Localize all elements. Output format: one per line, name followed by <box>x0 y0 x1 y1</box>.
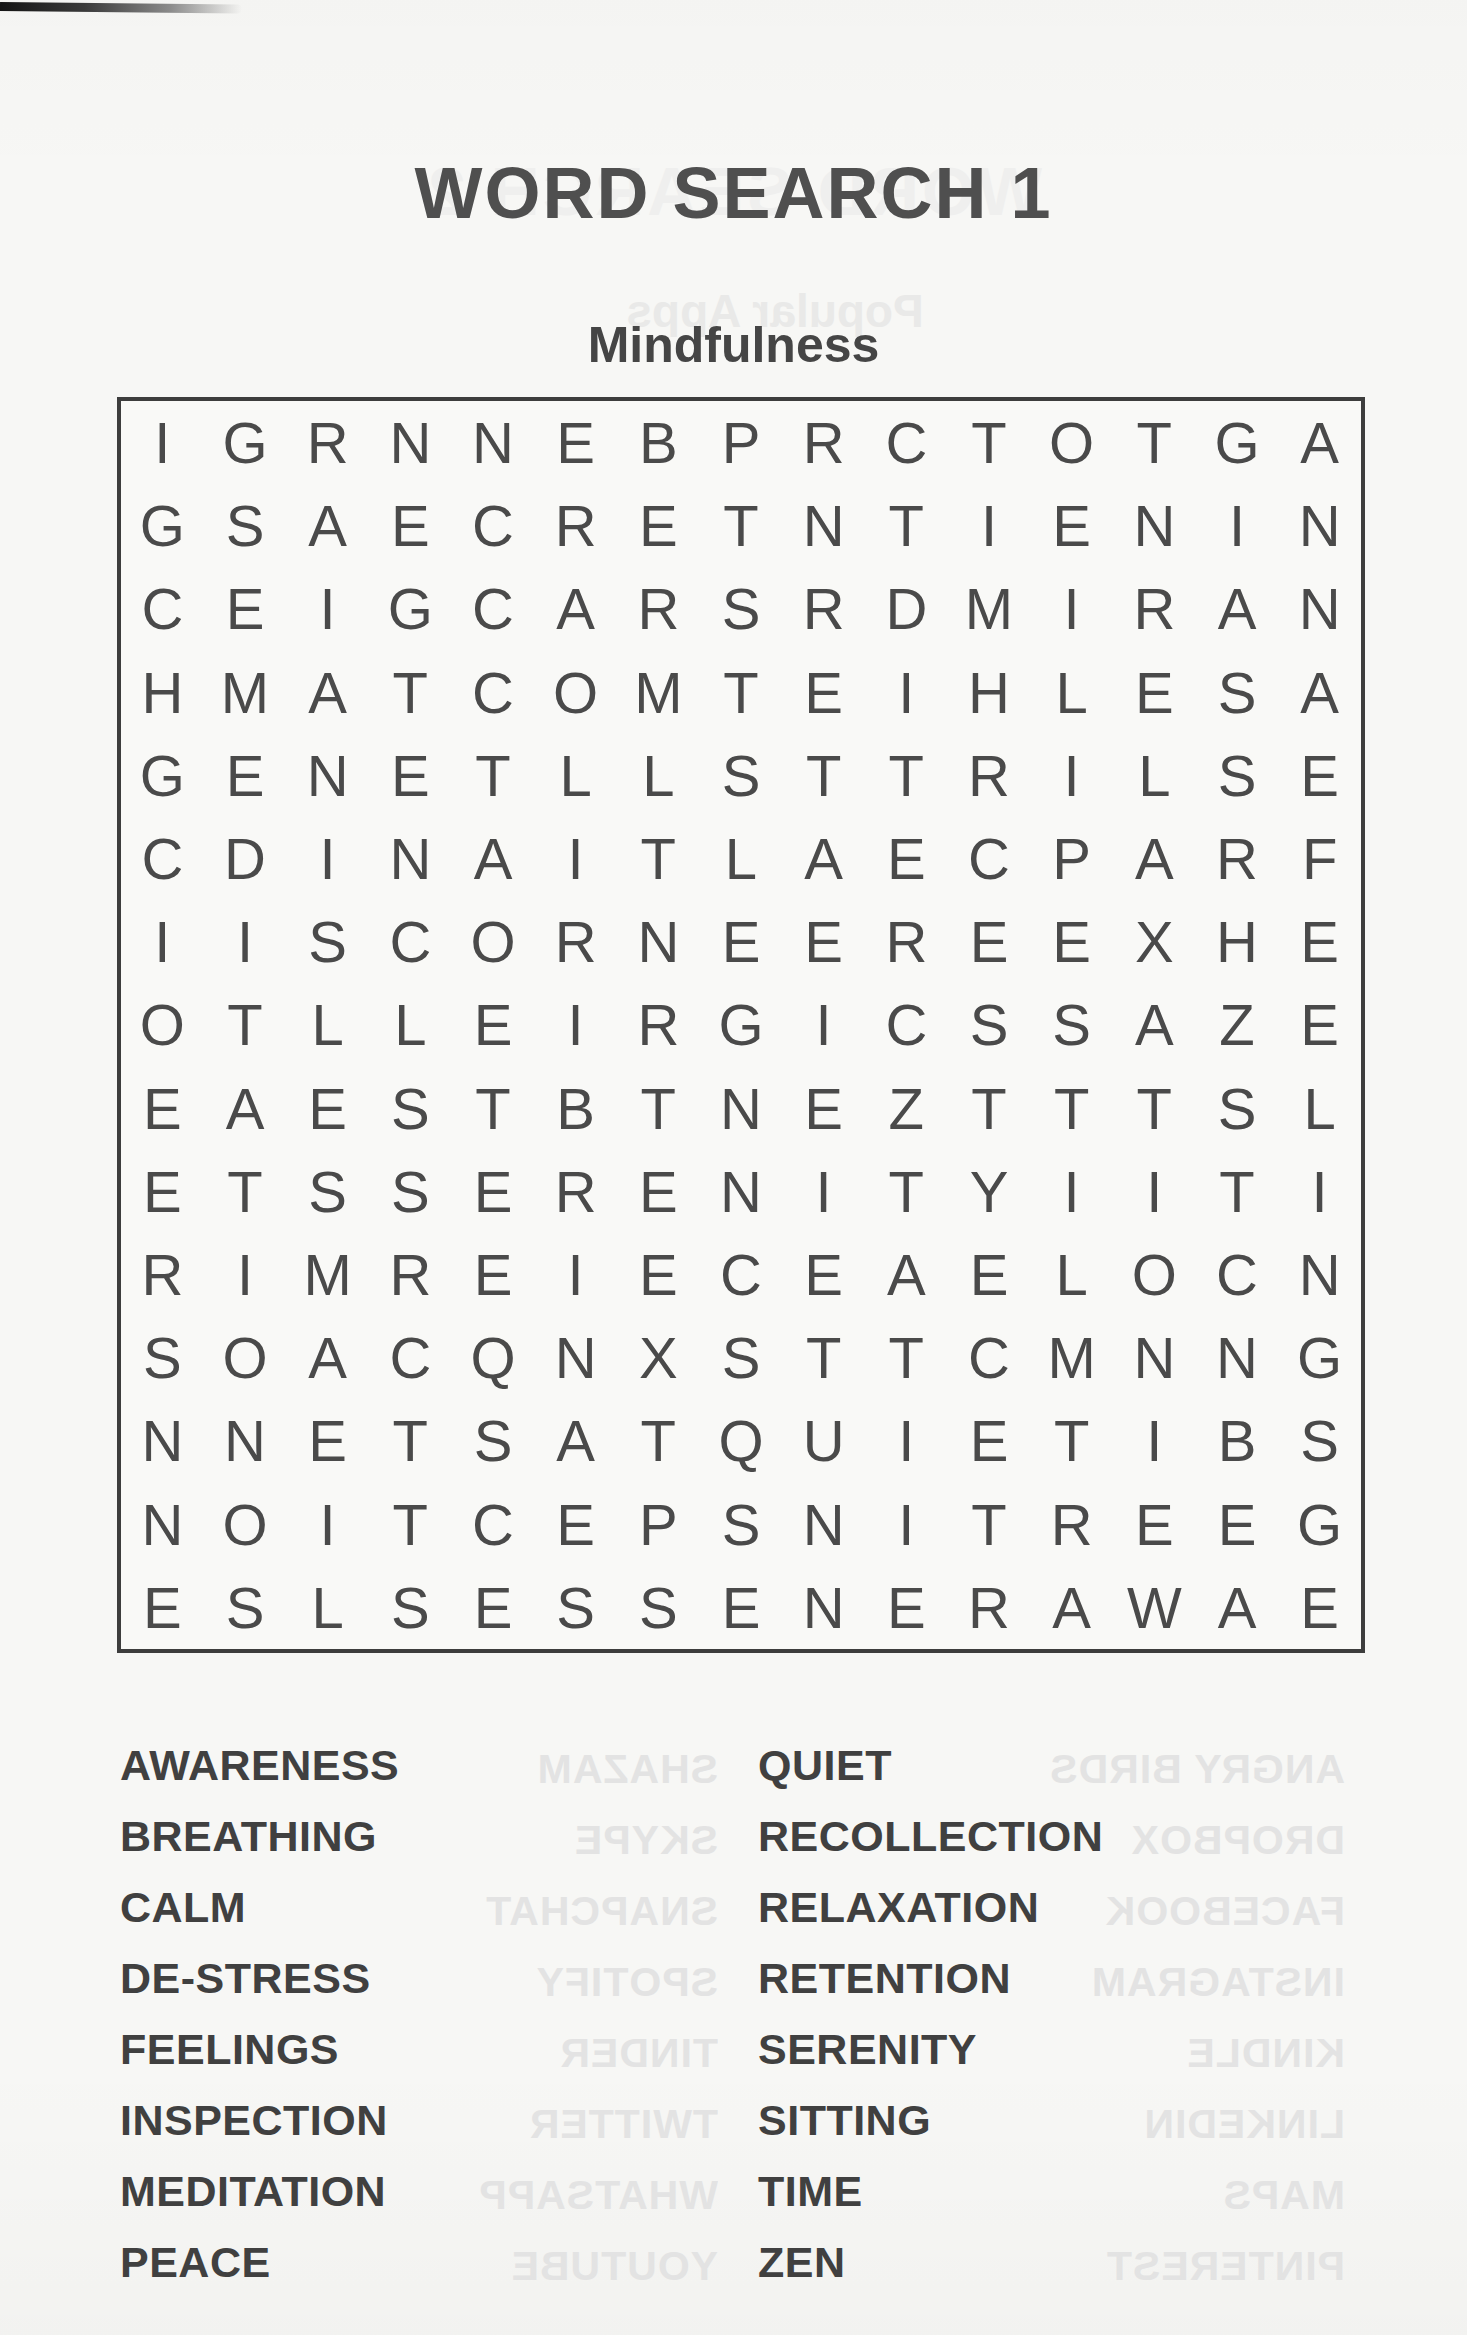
grid-cell-r13c9: U <box>782 1399 865 1482</box>
grid-cell-r8c14: Z <box>1196 983 1279 1066</box>
grid-cell-r11c14: C <box>1196 1233 1279 1316</box>
grid-cell-r4c10: I <box>865 651 948 734</box>
grid-cell-r15c10: E <box>865 1566 948 1649</box>
grid-cell-r9c12: T <box>1030 1067 1113 1150</box>
grid-cell-r10c6: R <box>534 1150 617 1233</box>
grid-cell-r7c13: X <box>1113 900 1196 983</box>
grid-cell-r12c15: G <box>1278 1316 1361 1399</box>
page-title: WORD SEARCH 1 <box>0 152 1467 234</box>
grid-cell-r4c5: C <box>452 651 535 734</box>
grid-cell-r15c11: R <box>948 1566 1031 1649</box>
grid-cell-r14c15: G <box>1278 1483 1361 1566</box>
grid-cell-r4c9: E <box>782 651 865 734</box>
grid-cell-r1c9: R <box>782 401 865 484</box>
grid-cell-r15c8: E <box>700 1566 783 1649</box>
word-item: PEACE <box>120 2227 399 2298</box>
grid-cell-r15c14: A <box>1196 1566 1279 1649</box>
grid-cell-r15c15: E <box>1278 1566 1361 1649</box>
grid-cell-r4c12: L <box>1030 651 1113 734</box>
grid-cell-r10c11: Y <box>948 1150 1031 1233</box>
grid-cell-r14c7: P <box>617 1483 700 1566</box>
grid-cell-r6c5: A <box>452 817 535 900</box>
word-item: AWARENESS <box>120 1730 399 1801</box>
word-item: MEDITATION <box>120 2156 399 2227</box>
grid-cell-r1c7: B <box>617 401 700 484</box>
grid-cell-r7c11: E <box>948 900 1031 983</box>
grid-cell-r4c15: A <box>1278 651 1361 734</box>
grid-cell-r6c8: L <box>700 817 783 900</box>
grid-cell-r11c13: O <box>1113 1233 1196 1316</box>
grid-cell-r5c14: S <box>1196 734 1279 817</box>
grid-cell-r15c12: A <box>1030 1566 1113 1649</box>
grid-cell-r10c2: T <box>204 1150 287 1233</box>
grid-cell-r4c13: E <box>1113 651 1196 734</box>
grid-cell-r9c8: N <box>700 1067 783 1150</box>
grid-cell-r9c11: T <box>948 1067 1031 1150</box>
page-content: WORD SEARCH 1 Mindfulness IGRNNEBPRCTOTG… <box>0 0 1467 2335</box>
grid-cell-r6c13: A <box>1113 817 1196 900</box>
grid-cell-r13c6: A <box>534 1399 617 1482</box>
grid-cell-r12c3: A <box>286 1316 369 1399</box>
grid-cell-r10c8: N <box>700 1150 783 1233</box>
grid-cell-r11c8: C <box>700 1233 783 1316</box>
word-item: SERENITY <box>758 2014 1103 2085</box>
grid-cell-r6c2: D <box>204 817 287 900</box>
grid-cell-r7c3: S <box>286 900 369 983</box>
grid-cell-r9c2: A <box>204 1067 287 1150</box>
grid-cell-r2c5: C <box>452 484 535 567</box>
word-item: FEELINGS <box>120 2014 399 2085</box>
grid-cell-r14c10: I <box>865 1483 948 1566</box>
grid-cell-r12c4: C <box>369 1316 452 1399</box>
grid-cell-r1c8: P <box>700 401 783 484</box>
grid-cell-r8c1: O <box>121 983 204 1066</box>
grid-cell-r9c9: E <box>782 1067 865 1150</box>
grid-cell-r4c4: T <box>369 651 452 734</box>
grid-cell-r8c11: S <box>948 983 1031 1066</box>
grid-cell-r8c5: E <box>452 983 535 1066</box>
grid-cell-r6c1: C <box>121 817 204 900</box>
grid-cell-r1c14: G <box>1196 401 1279 484</box>
grid-cell-r10c3: S <box>286 1150 369 1233</box>
grid-cell-r12c14: N <box>1196 1316 1279 1399</box>
grid-cell-r3c6: A <box>534 567 617 650</box>
grid-cell-r15c1: E <box>121 1566 204 1649</box>
grid-cell-r3c11: M <box>948 567 1031 650</box>
grid-cell-r12c11: C <box>948 1316 1031 1399</box>
grid-cell-r2c3: A <box>286 484 369 567</box>
grid-cell-r11c9: E <box>782 1233 865 1316</box>
grid-cell-r11c7: E <box>617 1233 700 1316</box>
grid-cell-r13c14: B <box>1196 1399 1279 1482</box>
grid-cell-r5c1: G <box>121 734 204 817</box>
grid-cell-r15c3: L <box>286 1566 369 1649</box>
grid-cell-r13c3: E <box>286 1399 369 1482</box>
grid-cell-r4c3: A <box>286 651 369 734</box>
grid-cell-r12c10: T <box>865 1316 948 1399</box>
grid-cell-r14c1: N <box>121 1483 204 1566</box>
grid-cell-r15c7: S <box>617 1566 700 1649</box>
grid-cell-r5c4: E <box>369 734 452 817</box>
grid-cell-r14c8: S <box>700 1483 783 1566</box>
grid-cell-r11c6: I <box>534 1233 617 1316</box>
grid-cell-r2c15: N <box>1278 484 1361 567</box>
word-item: RETENTION <box>758 1943 1103 2014</box>
grid-cell-r11c2: I <box>204 1233 287 1316</box>
word-item: INSPECTION <box>120 2085 399 2156</box>
word-item: ZEN <box>758 2227 1103 2298</box>
grid-cell-r5c15: E <box>1278 734 1361 817</box>
grid-cell-r13c1: N <box>121 1399 204 1482</box>
grid-cell-r12c2: O <box>204 1316 287 1399</box>
grid-cell-r1c12: O <box>1030 401 1113 484</box>
grid-cell-r3c15: N <box>1278 567 1361 650</box>
grid-cell-r15c9: N <box>782 1566 865 1649</box>
grid-cell-r13c8: Q <box>700 1399 783 1482</box>
grid-cell-r6c12: P <box>1030 817 1113 900</box>
word-item: CALM <box>120 1872 399 1943</box>
grid-cell-r6c3: I <box>286 817 369 900</box>
grid-cell-r15c2: S <box>204 1566 287 1649</box>
grid-cell-r9c4: S <box>369 1067 452 1150</box>
grid-cell-r3c3: I <box>286 567 369 650</box>
word-list-left: AWARENESSBREATHINGCALMDE-STRESSFEELINGSI… <box>120 1730 399 2298</box>
grid-cell-r4c7: M <box>617 651 700 734</box>
grid-cell-r6c4: N <box>369 817 452 900</box>
scanned-page: WORD SEARCH 2 Popular Apps SHAZAMSKYPESN… <box>0 0 1467 2335</box>
grid-cell-r5c8: S <box>700 734 783 817</box>
grid-cell-r4c6: O <box>534 651 617 734</box>
grid-cell-r2c6: R <box>534 484 617 567</box>
grid-cell-r12c12: M <box>1030 1316 1113 1399</box>
grid-cell-r14c5: C <box>452 1483 535 1566</box>
grid-cell-r7c1: I <box>121 900 204 983</box>
grid-cell-r9c14: S <box>1196 1067 1279 1150</box>
grid-cell-r5c6: L <box>534 734 617 817</box>
grid-cell-r8c13: A <box>1113 983 1196 1066</box>
grid-cell-r5c9: T <box>782 734 865 817</box>
word-item: SITTING <box>758 2085 1103 2156</box>
grid-cell-r2c7: E <box>617 484 700 567</box>
grid-cell-r14c6: E <box>534 1483 617 1566</box>
grid-cell-r6c10: E <box>865 817 948 900</box>
grid-cell-r7c4: C <box>369 900 452 983</box>
grid-cell-r9c3: E <box>286 1067 369 1150</box>
grid-cell-r12c8: S <box>700 1316 783 1399</box>
grid-cell-r15c6: S <box>534 1566 617 1649</box>
grid-cell-r9c15: L <box>1278 1067 1361 1150</box>
word-item: BREATHING <box>120 1801 399 1872</box>
grid-cell-r4c2: M <box>204 651 287 734</box>
grid-cell-r5c13: L <box>1113 734 1196 817</box>
grid-cell-r14c14: E <box>1196 1483 1279 1566</box>
grid-cell-r10c14: T <box>1196 1150 1279 1233</box>
grid-cell-r7c9: E <box>782 900 865 983</box>
grid-cell-r12c5: Q <box>452 1316 535 1399</box>
grid-cell-r3c14: A <box>1196 567 1279 650</box>
grid-cell-r3c7: R <box>617 567 700 650</box>
grid-cell-r8c9: I <box>782 983 865 1066</box>
grid-cell-r6c9: A <box>782 817 865 900</box>
grid-cell-r10c10: T <box>865 1150 948 1233</box>
grid-cell-r13c2: N <box>204 1399 287 1482</box>
grid-cell-r4c14: S <box>1196 651 1279 734</box>
grid-cell-r1c11: T <box>948 401 1031 484</box>
grid-cell-r7c6: R <box>534 900 617 983</box>
grid-cell-r10c1: E <box>121 1150 204 1233</box>
grid-cell-r3c1: C <box>121 567 204 650</box>
word-search-grid: IGRNNEBPRCTOTGAGSAECRETNTIENINCEIGCARSRD… <box>117 397 1365 1653</box>
grid-cell-r3c12: I <box>1030 567 1113 650</box>
grid-cell-r8c12: S <box>1030 983 1113 1066</box>
grid-cell-r5c3: N <box>286 734 369 817</box>
grid-cell-r7c14: H <box>1196 900 1279 983</box>
grid-cell-r14c12: R <box>1030 1483 1113 1566</box>
grid-cell-r11c4: R <box>369 1233 452 1316</box>
grid-cell-r12c9: T <box>782 1316 865 1399</box>
grid-cell-r11c12: L <box>1030 1233 1113 1316</box>
grid-cell-r2c12: E <box>1030 484 1113 567</box>
grid-cell-r2c14: I <box>1196 484 1279 567</box>
grid-cell-r15c5: E <box>452 1566 535 1649</box>
word-item: RECOLLECTION <box>758 1801 1103 1872</box>
word-list-right: QUIETRECOLLECTIONRELAXATIONRETENTIONSERE… <box>758 1730 1103 2298</box>
grid-cell-r1c2: G <box>204 401 287 484</box>
grid-cell-r10c9: I <box>782 1150 865 1233</box>
grid-cell-r4c11: H <box>948 651 1031 734</box>
grid-cell-r3c13: R <box>1113 567 1196 650</box>
grid-cell-r1c4: N <box>369 401 452 484</box>
grid-cell-r10c13: I <box>1113 1150 1196 1233</box>
grid-cell-r13c5: S <box>452 1399 535 1482</box>
grid-cell-r8c15: E <box>1278 983 1361 1066</box>
grid-cell-r8c3: L <box>286 983 369 1066</box>
grid-cell-r13c13: I <box>1113 1399 1196 1482</box>
grid-cell-r13c4: T <box>369 1399 452 1482</box>
grid-cell-r9c13: T <box>1113 1067 1196 1150</box>
grid-cell-r14c3: I <box>286 1483 369 1566</box>
grid-cell-r10c5: E <box>452 1150 535 1233</box>
grid-cell-r13c10: I <box>865 1399 948 1482</box>
grid-cell-r5c10: T <box>865 734 948 817</box>
grid-cell-r3c2: E <box>204 567 287 650</box>
grid-cell-r6c14: R <box>1196 817 1279 900</box>
grid-cell-r8c8: G <box>700 983 783 1066</box>
grid-cell-r1c5: N <box>452 401 535 484</box>
grid-cell-r7c15: E <box>1278 900 1361 983</box>
grid-cell-r12c6: N <box>534 1316 617 1399</box>
grid-cell-r7c5: O <box>452 900 535 983</box>
grid-cell-r9c1: E <box>121 1067 204 1150</box>
grid-cell-r2c13: N <box>1113 484 1196 567</box>
grid-cell-r15c4: S <box>369 1566 452 1649</box>
grid-cell-r6c15: F <box>1278 817 1361 900</box>
word-item: DE-STRESS <box>120 1943 399 2014</box>
grid-cell-r10c7: E <box>617 1150 700 1233</box>
grid-cell-r15c13: W <box>1113 1566 1196 1649</box>
grid-cell-r2c2: S <box>204 484 287 567</box>
word-item: TIME <box>758 2156 1103 2227</box>
grid-cell-r3c8: S <box>700 567 783 650</box>
grid-cell-r8c2: T <box>204 983 287 1066</box>
grid-cell-r1c10: C <box>865 401 948 484</box>
grid-cell-r11c15: N <box>1278 1233 1361 1316</box>
grid-cell-r5c12: I <box>1030 734 1113 817</box>
grid-cell-r11c11: E <box>948 1233 1031 1316</box>
grid-cell-r1c13: T <box>1113 401 1196 484</box>
grid-cell-r2c9: N <box>782 484 865 567</box>
grid-cell-r11c3: M <box>286 1233 369 1316</box>
grid-cell-r5c2: E <box>204 734 287 817</box>
grid-cell-r1c1: I <box>121 401 204 484</box>
grid-cell-r12c13: N <box>1113 1316 1196 1399</box>
grid-cell-r9c10: Z <box>865 1067 948 1150</box>
grid-cell-r13c11: E <box>948 1399 1031 1482</box>
grid-cell-r10c4: S <box>369 1150 452 1233</box>
grid-cell-r5c11: R <box>948 734 1031 817</box>
grid-cell-r14c13: E <box>1113 1483 1196 1566</box>
grid-cell-r5c7: L <box>617 734 700 817</box>
grid-cell-r12c1: S <box>121 1316 204 1399</box>
grid-cell-r9c5: T <box>452 1067 535 1150</box>
grid-cell-r1c15: A <box>1278 401 1361 484</box>
grid-cell-r14c9: N <box>782 1483 865 1566</box>
grid-cell-r9c6: B <box>534 1067 617 1150</box>
grid-cell-r8c6: I <box>534 983 617 1066</box>
grid-cell-r7c10: R <box>865 900 948 983</box>
word-item: RELAXATION <box>758 1872 1103 1943</box>
grid-cell-r8c7: R <box>617 983 700 1066</box>
grid-cell-r7c8: E <box>700 900 783 983</box>
grid-cell-r11c10: A <box>865 1233 948 1316</box>
grid-cell-r2c10: T <box>865 484 948 567</box>
grid-cell-r2c11: I <box>948 484 1031 567</box>
grid-cell-r2c4: E <box>369 484 452 567</box>
grid-cell-r3c9: R <box>782 567 865 650</box>
grid-cell-r7c12: E <box>1030 900 1113 983</box>
grid-cell-r10c15: I <box>1278 1150 1361 1233</box>
grid-cell-r11c5: E <box>452 1233 535 1316</box>
grid-cell-r13c7: T <box>617 1399 700 1482</box>
grid-cell-r3c10: D <box>865 567 948 650</box>
grid-cell-r2c1: G <box>121 484 204 567</box>
grid-cell-r14c11: T <box>948 1483 1031 1566</box>
puzzle-theme-subtitle: Mindfulness <box>0 316 1467 374</box>
grid-cell-r12c7: X <box>617 1316 700 1399</box>
grid-cell-r4c8: T <box>700 651 783 734</box>
grid-cell-r4c1: H <box>121 651 204 734</box>
grid-cell-r14c4: T <box>369 1483 452 1566</box>
grid-cell-r13c12: T <box>1030 1399 1113 1482</box>
grid-cell-r14c2: O <box>204 1483 287 1566</box>
grid-cell-r7c2: I <box>204 900 287 983</box>
grid-cell-r3c5: C <box>452 567 535 650</box>
word-item: QUIET <box>758 1730 1103 1801</box>
grid-cell-r6c11: C <box>948 817 1031 900</box>
grid-cell-r6c7: T <box>617 817 700 900</box>
grid-cell-r5c5: T <box>452 734 535 817</box>
grid-cell-r10c12: I <box>1030 1150 1113 1233</box>
grid-cell-r3c4: G <box>369 567 452 650</box>
grid-cell-r8c10: C <box>865 983 948 1066</box>
grid-cell-r2c8: T <box>700 484 783 567</box>
grid-cell-r1c6: E <box>534 401 617 484</box>
grid-cell-r8c4: L <box>369 983 452 1066</box>
grid-cell-r13c15: S <box>1278 1399 1361 1482</box>
grid-cell-r9c7: T <box>617 1067 700 1150</box>
grid-cell-r1c3: R <box>286 401 369 484</box>
grid-cell-r11c1: R <box>121 1233 204 1316</box>
grid-cell-r7c7: N <box>617 900 700 983</box>
grid-cell-r6c6: I <box>534 817 617 900</box>
